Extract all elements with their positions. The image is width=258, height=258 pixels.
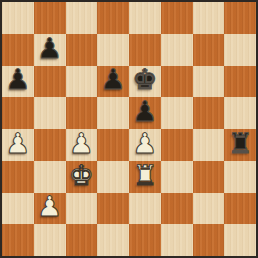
square-f4[interactable] [161, 129, 193, 161]
square-d5[interactable] [97, 97, 129, 129]
square-c2[interactable] [66, 193, 98, 225]
square-e7[interactable] [129, 34, 161, 66]
square-g8[interactable] [193, 2, 225, 34]
piece-black-pawn[interactable]: ♟ [132, 98, 157, 126]
square-c8[interactable] [66, 2, 98, 34]
square-a7[interactable] [2, 34, 34, 66]
square-f2[interactable] [161, 193, 193, 225]
square-f8[interactable] [161, 2, 193, 34]
square-c6[interactable] [66, 66, 98, 98]
square-f7[interactable] [161, 34, 193, 66]
square-g1[interactable] [193, 224, 225, 256]
square-f6[interactable] [161, 66, 193, 98]
square-a3[interactable] [2, 161, 34, 193]
square-e8[interactable] [129, 2, 161, 34]
square-h3[interactable] [224, 161, 256, 193]
square-b2[interactable]: ♟ [34, 193, 66, 225]
piece-white-pawn[interactable]: ♟ [5, 130, 30, 158]
square-b1[interactable] [34, 224, 66, 256]
square-d2[interactable] [97, 193, 129, 225]
square-b3[interactable] [34, 161, 66, 193]
piece-white-rook[interactable]: ♜ [132, 162, 157, 190]
square-c7[interactable] [66, 34, 98, 66]
square-a2[interactable] [2, 193, 34, 225]
square-e2[interactable] [129, 193, 161, 225]
square-h6[interactable] [224, 66, 256, 98]
piece-white-pawn[interactable]: ♟ [37, 193, 62, 221]
square-d1[interactable] [97, 224, 129, 256]
piece-black-pawn[interactable]: ♟ [5, 66, 30, 94]
piece-white-pawn[interactable]: ♟ [132, 130, 157, 158]
piece-white-pawn[interactable]: ♟ [69, 130, 94, 158]
square-d3[interactable] [97, 161, 129, 193]
square-g3[interactable] [193, 161, 225, 193]
chess-board: ♟♟♟♚♟♟♟♟♜♚♜♟ [2, 2, 256, 256]
square-e1[interactable] [129, 224, 161, 256]
square-h1[interactable] [224, 224, 256, 256]
square-e4[interactable]: ♟ [129, 129, 161, 161]
square-c3[interactable]: ♚ [66, 161, 98, 193]
square-a5[interactable] [2, 97, 34, 129]
square-b4[interactable] [34, 129, 66, 161]
square-d7[interactable] [97, 34, 129, 66]
square-f5[interactable] [161, 97, 193, 129]
piece-white-king[interactable]: ♚ [69, 162, 94, 190]
piece-black-pawn[interactable]: ♟ [37, 35, 62, 63]
square-f3[interactable] [161, 161, 193, 193]
square-c1[interactable] [66, 224, 98, 256]
square-e5[interactable]: ♟ [129, 97, 161, 129]
piece-black-pawn[interactable]: ♟ [101, 66, 126, 94]
square-b8[interactable] [34, 2, 66, 34]
square-c5[interactable] [66, 97, 98, 129]
square-a8[interactable] [2, 2, 34, 34]
square-h8[interactable] [224, 2, 256, 34]
square-a1[interactable] [2, 224, 34, 256]
square-g2[interactable] [193, 193, 225, 225]
chess-board-frame: ♟♟♟♚♟♟♟♟♜♚♜♟ [0, 0, 258, 258]
square-h4[interactable]: ♜ [224, 129, 256, 161]
square-a4[interactable]: ♟ [2, 129, 34, 161]
square-d6[interactable]: ♟ [97, 66, 129, 98]
square-e6[interactable]: ♚ [129, 66, 161, 98]
square-d8[interactable] [97, 2, 129, 34]
square-f1[interactable] [161, 224, 193, 256]
square-h7[interactable] [224, 34, 256, 66]
square-b6[interactable] [34, 66, 66, 98]
square-g4[interactable] [193, 129, 225, 161]
square-e3[interactable]: ♜ [129, 161, 161, 193]
square-h2[interactable] [224, 193, 256, 225]
piece-black-rook[interactable]: ♜ [228, 130, 253, 158]
square-g6[interactable] [193, 66, 225, 98]
square-b5[interactable] [34, 97, 66, 129]
square-d4[interactable] [97, 129, 129, 161]
square-b7[interactable]: ♟ [34, 34, 66, 66]
square-a6[interactable]: ♟ [2, 66, 34, 98]
square-g7[interactable] [193, 34, 225, 66]
square-h5[interactable] [224, 97, 256, 129]
piece-black-king[interactable]: ♚ [132, 66, 157, 94]
square-c4[interactable]: ♟ [66, 129, 98, 161]
square-g5[interactable] [193, 97, 225, 129]
